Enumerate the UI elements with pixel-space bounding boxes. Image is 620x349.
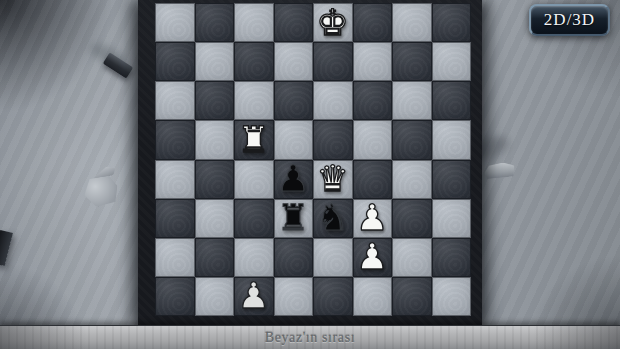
square-b7[interactable] (195, 42, 235, 81)
square-d5[interactable] (274, 120, 314, 159)
square-c5[interactable]: ♜ (234, 120, 274, 159)
piece-white-pawn[interactable]: ♟ (238, 278, 270, 314)
square-f2[interactable]: ♟ (353, 238, 393, 277)
square-h6[interactable] (432, 81, 472, 120)
snow-smudge-left (87, 39, 132, 73)
square-d4[interactable]: ♟ (274, 160, 314, 199)
square-d3[interactable]: ♜ (274, 199, 314, 238)
stone-debris-block (103, 52, 134, 78)
square-a3[interactable] (155, 199, 195, 238)
piece-white-queen[interactable]: ♛ (317, 161, 349, 197)
square-h7[interactable] (432, 42, 472, 81)
status-bar: Beyaz'ın sırası (0, 325, 620, 349)
square-f6[interactable] (353, 81, 393, 120)
square-f5[interactable] (353, 120, 393, 159)
square-a8[interactable] (155, 3, 195, 42)
square-d2[interactable] (274, 238, 314, 277)
square-h1[interactable] (432, 277, 472, 316)
square-c2[interactable] (234, 238, 274, 277)
square-e5[interactable] (313, 120, 353, 159)
square-b5[interactable] (195, 120, 235, 159)
piece-white-king[interactable]: ♚ (317, 5, 349, 41)
square-b3[interactable] (195, 199, 235, 238)
piece-white-pawn[interactable]: ♟ (356, 239, 388, 275)
square-f4[interactable] (353, 160, 393, 199)
square-c6[interactable] (234, 81, 274, 120)
view-toggle-button[interactable]: 2D/3D (529, 4, 610, 36)
square-g7[interactable] (392, 42, 432, 81)
square-d6[interactable] (274, 81, 314, 120)
square-g3[interactable] (392, 199, 432, 238)
square-h3[interactable] (432, 199, 472, 238)
stone-fragment-hex (82, 175, 120, 208)
square-g4[interactable] (392, 160, 432, 199)
square-f3[interactable]: ♟ (353, 199, 393, 238)
square-c8[interactable] (234, 3, 274, 42)
square-a7[interactable] (155, 42, 195, 81)
square-d7[interactable] (274, 42, 314, 81)
square-d8[interactable] (274, 3, 314, 42)
square-e6[interactable] (313, 81, 353, 120)
square-c4[interactable] (234, 160, 274, 199)
square-h4[interactable] (432, 160, 472, 199)
square-c3[interactable] (234, 199, 274, 238)
square-a4[interactable] (155, 160, 195, 199)
board-frame: ♚♜♟♛♜♞♟♟♟ (138, 0, 482, 326)
square-h5[interactable] (432, 120, 472, 159)
square-f7[interactable] (353, 42, 393, 81)
square-g6[interactable] (392, 81, 432, 120)
square-a2[interactable] (155, 238, 195, 277)
turn-indicator-text: Beyaz'ın sırası (265, 330, 355, 346)
edge-debris (0, 230, 13, 266)
square-b1[interactable] (195, 277, 235, 316)
square-e1[interactable] (313, 277, 353, 316)
square-e2[interactable] (313, 238, 353, 277)
square-h2[interactable] (432, 238, 472, 277)
square-e3[interactable]: ♞ (313, 199, 353, 238)
square-b6[interactable] (195, 81, 235, 120)
square-b4[interactable] (195, 160, 235, 199)
square-b2[interactable] (195, 238, 235, 277)
stone-chip (91, 164, 117, 182)
piece-white-rook[interactable]: ♜ (238, 122, 270, 158)
piece-white-pawn[interactable]: ♟ (356, 200, 388, 236)
square-a5[interactable] (155, 120, 195, 159)
stone-fragment-right (483, 161, 516, 180)
piece-black-pawn[interactable]: ♟ (277, 161, 309, 197)
square-b8[interactable] (195, 3, 235, 42)
square-a1[interactable] (155, 277, 195, 316)
piece-black-rook[interactable]: ♜ (277, 200, 309, 236)
square-e7[interactable] (313, 42, 353, 81)
square-g1[interactable] (392, 277, 432, 316)
chess-board: ♚♜♟♛♜♞♟♟♟ (155, 3, 471, 316)
square-g5[interactable] (392, 120, 432, 159)
square-a6[interactable] (155, 81, 195, 120)
square-e4[interactable]: ♛ (313, 160, 353, 199)
square-c1[interactable]: ♟ (234, 277, 274, 316)
game-screen: ♚♜♟♛♜♞♟♟♟ 2D/3D Beyaz'ın sırası (0, 0, 620, 349)
square-d1[interactable] (274, 277, 314, 316)
piece-black-knight[interactable]: ♞ (317, 200, 349, 236)
square-h8[interactable] (432, 3, 472, 42)
square-g8[interactable] (392, 3, 432, 42)
square-c7[interactable] (234, 42, 274, 81)
square-g2[interactable] (392, 238, 432, 277)
square-f1[interactable] (353, 277, 393, 316)
square-f8[interactable] (353, 3, 393, 42)
square-e8[interactable]: ♚ (313, 3, 353, 42)
